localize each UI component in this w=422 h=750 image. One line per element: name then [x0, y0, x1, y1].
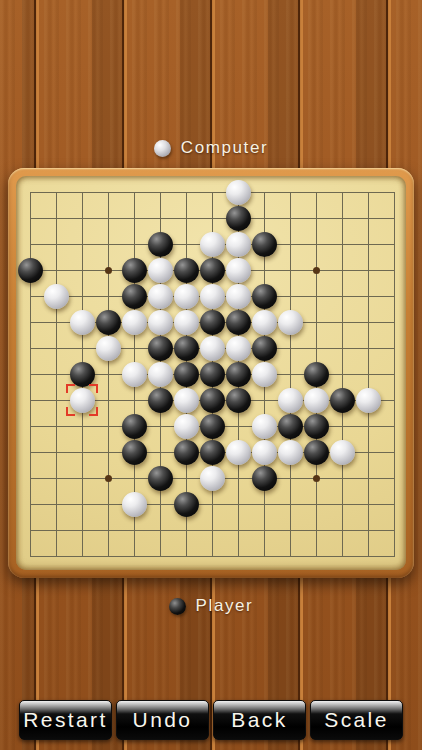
grid-line-v: [290, 192, 291, 557]
scale-button[interactable]: Scale: [310, 700, 403, 740]
black-stone: [330, 388, 355, 413]
player-label-row: Player: [0, 595, 422, 617]
white-stone: [174, 284, 199, 309]
black-stone: [122, 414, 147, 439]
white-stone: [226, 284, 251, 309]
board[interactable]: [16, 176, 406, 570]
white-stone: [278, 310, 303, 335]
black-stone: [226, 388, 251, 413]
grid-line-v: [342, 192, 343, 557]
black-stone: [252, 284, 277, 309]
white-stone: [96, 336, 121, 361]
computer-label: Computer: [181, 138, 268, 158]
white-stone: [226, 180, 251, 205]
black-stone: [148, 466, 173, 491]
star-point: [105, 475, 112, 482]
black-stone: [148, 336, 173, 361]
white-stone: [304, 388, 329, 413]
black-stone: [252, 336, 277, 361]
player-label: Player: [196, 596, 254, 616]
black-stone: [226, 310, 251, 335]
black-stone: [278, 414, 303, 439]
board-frame: [8, 168, 414, 578]
black-stone: [226, 362, 251, 387]
white-stone: [200, 232, 225, 257]
white-stone: [200, 284, 225, 309]
board-grid[interactable]: [30, 192, 394, 556]
player-stone-icon: [169, 598, 186, 615]
white-stone: [44, 284, 69, 309]
grid-line-h: [30, 530, 395, 531]
white-stone: [226, 258, 251, 283]
last-move-marker: [66, 384, 98, 416]
white-stone: [252, 440, 277, 465]
white-stone: [330, 440, 355, 465]
star-point: [313, 475, 320, 482]
black-stone: [18, 258, 43, 283]
white-stone: [174, 414, 199, 439]
black-stone: [174, 440, 199, 465]
black-stone: [226, 206, 251, 231]
white-stone: [200, 336, 225, 361]
black-stone: [174, 492, 199, 517]
black-stone: [174, 336, 199, 361]
black-stone: [200, 362, 225, 387]
black-stone: [70, 362, 95, 387]
grid-line-h: [30, 504, 395, 505]
black-stone: [122, 258, 147, 283]
white-stone: [70, 310, 95, 335]
white-stone: [356, 388, 381, 413]
black-stone: [200, 414, 225, 439]
back-button[interactable]: Back: [213, 700, 306, 740]
black-stone: [96, 310, 121, 335]
white-stone: [226, 232, 251, 257]
white-stone: [122, 492, 147, 517]
white-stone: [278, 440, 303, 465]
white-stone: [278, 388, 303, 413]
black-stone: [252, 232, 277, 257]
black-stone: [200, 388, 225, 413]
undo-button[interactable]: Undo: [116, 700, 209, 740]
gomoku-app: { "game": "gomoku", "header": { "label":…: [0, 0, 422, 750]
black-stone: [200, 440, 225, 465]
black-stone: [174, 258, 199, 283]
restart-button[interactable]: Restart: [19, 700, 112, 740]
white-stone: [226, 336, 251, 361]
black-stone: [122, 284, 147, 309]
black-stone: [174, 362, 199, 387]
white-stone: [252, 310, 277, 335]
grid-line-h: [30, 556, 395, 557]
star-point: [105, 267, 112, 274]
black-stone: [200, 258, 225, 283]
black-stone: [252, 466, 277, 491]
black-stone: [304, 414, 329, 439]
white-stone: [200, 466, 225, 491]
white-stone: [148, 284, 173, 309]
white-stone: [226, 440, 251, 465]
black-stone: [304, 362, 329, 387]
star-point: [313, 267, 320, 274]
black-stone: [304, 440, 329, 465]
black-stone: [148, 388, 173, 413]
toolbar: Restart Undo Back Scale: [0, 700, 422, 742]
black-stone: [122, 440, 147, 465]
computer-stone-icon: [154, 140, 171, 157]
white-stone: [252, 414, 277, 439]
grid-line-v: [368, 192, 369, 557]
white-stone: [148, 310, 173, 335]
computer-label-row: Computer: [0, 137, 422, 159]
white-stone: [252, 362, 277, 387]
white-stone: [174, 310, 199, 335]
grid-line-v: [394, 192, 395, 557]
white-stone: [174, 388, 199, 413]
black-stone: [148, 232, 173, 257]
white-stone: [122, 362, 147, 387]
white-stone: [148, 258, 173, 283]
white-stone: [148, 362, 173, 387]
black-stone: [200, 310, 225, 335]
white-stone: [122, 310, 147, 335]
